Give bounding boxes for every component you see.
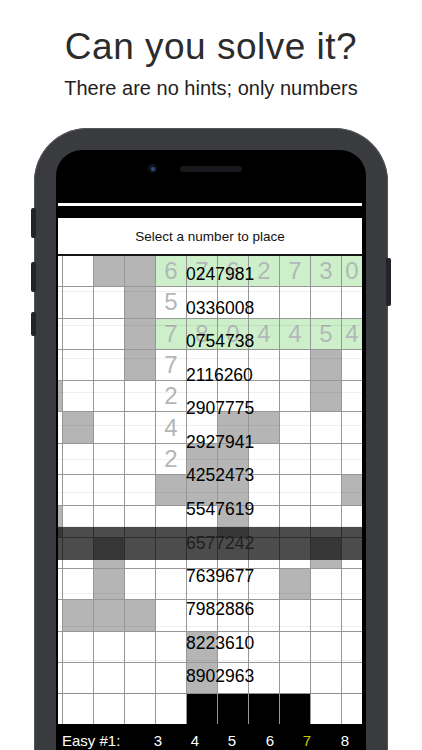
grid-cell[interactable] (342, 694, 362, 724)
grid-cell[interactable] (125, 694, 155, 724)
number-option[interactable]: 4252473 (58, 460, 362, 494)
number-option[interactable]: 0336008 (58, 292, 362, 326)
number-option[interactable]: 2116260 (58, 359, 362, 393)
app-header: Select a number to place (58, 218, 362, 254)
header-label: Select a number to place (135, 229, 284, 244)
number-option[interactable]: 7639677 (58, 560, 362, 594)
marketing-subtitle: There are no hints; only numbers (0, 77, 422, 100)
app-screen: Select a number to place 676273057804454… (58, 203, 362, 750)
grid-cell[interactable] (156, 694, 186, 724)
mute-switch (31, 208, 36, 238)
number-option-selected[interactable]: 6577242 (58, 527, 362, 561)
bar-digit-4[interactable]: 4 (191, 732, 199, 749)
bar-digit-8[interactable]: 8 (341, 732, 349, 749)
front-camera-icon (148, 164, 157, 173)
grid-cell[interactable] (311, 694, 341, 724)
phone-frame: Select a number to place 676273057804454… (34, 128, 388, 750)
grid-cell[interactable] (218, 694, 248, 724)
grid-cell[interactable] (94, 694, 124, 724)
grid-cell[interactable] (63, 694, 93, 724)
number-option[interactable]: 7982886 (58, 594, 362, 628)
phone-face: Select a number to place 676273057804454… (56, 150, 366, 750)
number-option[interactable]: 0754738 (58, 326, 362, 360)
grid-cell[interactable] (187, 694, 217, 724)
volume-down-button (31, 312, 36, 336)
grid-cell[interactable] (280, 694, 310, 724)
bar-digit-6[interactable]: 6 (266, 732, 274, 749)
power-button (386, 258, 391, 306)
number-option[interactable]: 5547619 (58, 493, 362, 527)
grid-cell[interactable] (58, 694, 62, 724)
number-option[interactable]: 8223610 (58, 627, 362, 661)
number-option[interactable]: 2927941 (58, 426, 362, 460)
bottom-bar: Easy #1: 345678 (58, 725, 362, 750)
puzzle-label: Easy #1: (62, 732, 120, 749)
earpiece-speaker-icon (180, 166, 242, 172)
marketing-title: Can you solve it? (0, 26, 422, 68)
number-option[interactable]: 2907775 (58, 393, 362, 427)
bar-digit-7[interactable]: 7 (303, 732, 311, 749)
bar-digit-5[interactable]: 5 (228, 732, 236, 749)
grid-cell[interactable] (249, 694, 279, 724)
number-option[interactable]: 0247981 (58, 259, 362, 293)
bar-digit-3[interactable]: 3 (154, 732, 162, 749)
screenshot-canvas: Can you solve it? There are no hints; on… (0, 0, 422, 750)
number-option[interactable]: 8902963 (58, 661, 362, 695)
number-list: 0247981033600807547382116260290777529279… (58, 259, 362, 695)
volume-up-button (31, 262, 36, 292)
status-band (58, 206, 362, 218)
